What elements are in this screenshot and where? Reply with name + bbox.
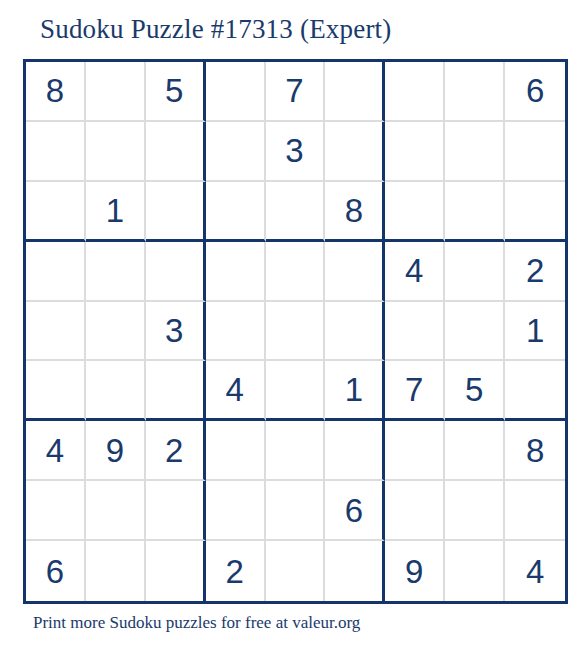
sudoku-cell-r7c6 (325, 421, 385, 481)
sudoku-cell-r6c9 (505, 361, 565, 421)
sudoku-cell-r3c7 (385, 182, 445, 242)
sudoku-cell-r9c6 (325, 541, 385, 601)
sudoku-cell-r2c5: 3 (266, 122, 326, 182)
sudoku-cell-r7c4 (206, 421, 266, 481)
sudoku-cell-r5c8 (445, 302, 505, 362)
sudoku-cell-r2c4 (206, 122, 266, 182)
sudoku-cell-r6c4: 4 (206, 361, 266, 421)
sudoku-cell-r9c9: 4 (505, 541, 565, 601)
sudoku-cell-r8c5 (266, 481, 326, 541)
sudoku-cell-r7c2: 9 (86, 421, 146, 481)
sudoku-cell-r4c6 (325, 242, 385, 302)
sudoku-cell-r2c3 (146, 122, 206, 182)
sudoku-cell-r4c3 (146, 242, 206, 302)
sudoku-cell-r4c1 (26, 242, 86, 302)
sudoku-cell-r9c3 (146, 541, 206, 601)
sudoku-cell-r5c3: 3 (146, 302, 206, 362)
sudoku-cell-r3c3 (146, 182, 206, 242)
sudoku-cell-r1c8 (445, 62, 505, 122)
sudoku-cell-r5c6 (325, 302, 385, 362)
sudoku-cell-r5c7 (385, 302, 445, 362)
sudoku-cell-r3c8 (445, 182, 505, 242)
sudoku-cell-r8c2 (86, 481, 146, 541)
sudoku-cell-r9c7: 9 (385, 541, 445, 601)
sudoku-cell-r2c1 (26, 122, 86, 182)
sudoku-cell-r9c8 (445, 541, 505, 601)
sudoku-cell-r4c7: 4 (385, 242, 445, 302)
sudoku-cell-r2c6 (325, 122, 385, 182)
sudoku-cell-r1c1: 8 (26, 62, 86, 122)
sudoku-grid: 857631842314175492866294 (23, 59, 568, 604)
sudoku-cell-r4c9: 2 (505, 242, 565, 302)
sudoku-cell-r2c2 (86, 122, 146, 182)
sudoku-cell-r8c6: 6 (325, 481, 385, 541)
sudoku-cell-r5c2 (86, 302, 146, 362)
sudoku-cell-r2c7 (385, 122, 445, 182)
sudoku-cell-r7c1: 4 (26, 421, 86, 481)
sudoku-cell-r3c4 (206, 182, 266, 242)
sudoku-cell-r5c5 (266, 302, 326, 362)
sudoku-cell-r5c4 (206, 302, 266, 362)
sudoku-cell-r6c8: 5 (445, 361, 505, 421)
sudoku-cell-r9c2 (86, 541, 146, 601)
sudoku-cell-r7c5 (266, 421, 326, 481)
sudoku-cell-r8c8 (445, 481, 505, 541)
sudoku-cell-r6c3 (146, 361, 206, 421)
sudoku-cell-r9c4: 2 (206, 541, 266, 601)
footer-text: Print more Sudoku puzzles for free at va… (33, 613, 360, 633)
sudoku-cell-r3c6: 8 (325, 182, 385, 242)
sudoku-cell-r7c9: 8 (505, 421, 565, 481)
sudoku-cell-r5c1 (26, 302, 86, 362)
sudoku-cell-r1c3: 5 (146, 62, 206, 122)
sudoku-cell-r1c9: 6 (505, 62, 565, 122)
sudoku-cell-r2c9 (505, 122, 565, 182)
sudoku-cell-r6c2 (86, 361, 146, 421)
sudoku-cell-r8c3 (146, 481, 206, 541)
sudoku-cell-r1c7 (385, 62, 445, 122)
sudoku-cell-r7c7 (385, 421, 445, 481)
sudoku-cell-r8c9 (505, 481, 565, 541)
sudoku-cell-r3c1 (26, 182, 86, 242)
sudoku-cell-r1c6 (325, 62, 385, 122)
sudoku-cell-r8c1 (26, 481, 86, 541)
sudoku-cell-r2c8 (445, 122, 505, 182)
sudoku-cell-r7c3: 2 (146, 421, 206, 481)
sudoku-cell-r6c6: 1 (325, 361, 385, 421)
sudoku-cell-r8c4 (206, 481, 266, 541)
sudoku-cell-r4c2 (86, 242, 146, 302)
sudoku-cell-r3c5 (266, 182, 326, 242)
sudoku-cell-r1c5: 7 (266, 62, 326, 122)
sudoku-cell-r8c7 (385, 481, 445, 541)
sudoku-cell-r4c5 (266, 242, 326, 302)
puzzle-title: Sudoku Puzzle #17313 (Expert) (40, 14, 392, 45)
sudoku-cell-r6c5 (266, 361, 326, 421)
sudoku-cell-r4c8 (445, 242, 505, 302)
sudoku-cell-r3c2: 1 (86, 182, 146, 242)
sudoku-cell-r5c9: 1 (505, 302, 565, 362)
sudoku-cell-r1c2 (86, 62, 146, 122)
sudoku-cell-r6c1 (26, 361, 86, 421)
sudoku-cell-r9c1: 6 (26, 541, 86, 601)
sudoku-cell-r1c4 (206, 62, 266, 122)
page: Sudoku Puzzle #17313 (Expert) 8576318423… (0, 0, 580, 651)
sudoku-cell-r7c8 (445, 421, 505, 481)
sudoku-cell-r9c5 (266, 541, 326, 601)
sudoku-cell-r6c7: 7 (385, 361, 445, 421)
sudoku-cell-r3c9 (505, 182, 565, 242)
sudoku-cell-r4c4 (206, 242, 266, 302)
